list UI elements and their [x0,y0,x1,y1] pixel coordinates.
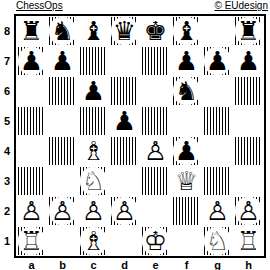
rank-label-8: 8 [0,16,14,46]
rank-label-3: 3 [0,166,14,196]
square-b1[interactable] [47,226,78,256]
rank-label-7: 7 [0,46,14,76]
square-c1[interactable]: ♗ [78,226,109,256]
square-e6[interactable] [140,76,171,106]
piece-black-rook[interactable]: ♜ [235,17,262,45]
square-d4[interactable] [109,136,140,166]
square-h6[interactable] [233,76,264,106]
square-e5[interactable] [140,106,171,136]
square-c4[interactable]: ♗ [78,136,109,166]
square-a2[interactable]: ♙ [16,196,47,226]
piece-black-pawn[interactable]: ♟ [49,47,76,75]
file-label-g: g [202,260,233,270]
chess-board: ♜♞♝♛♚♝♜♟♟♟♟♟♟♞♟♗♙♟♘♕♙♙♙♙♙♙♖♗♔♘♖ [14,14,266,258]
square-h5[interactable] [233,106,264,136]
piece-white-king[interactable]: ♔ [142,227,169,255]
rank-labels: 87654321 [0,14,14,258]
square-b3[interactable] [47,166,78,196]
piece-black-queen[interactable]: ♛ [111,17,138,45]
rank-label-2: 2 [0,196,14,226]
piece-black-bishop[interactable]: ♝ [80,17,107,45]
file-label-a: a [16,260,47,270]
square-f3[interactable]: ♕ [171,166,202,196]
square-d1[interactable] [109,226,140,256]
square-e7[interactable] [140,46,171,76]
square-d5[interactable]: ♟ [109,106,140,136]
square-c6[interactable]: ♟ [78,76,109,106]
square-f6[interactable]: ♞ [171,76,202,106]
square-d3[interactable] [109,166,140,196]
square-a3[interactable] [16,166,47,196]
piece-black-pawn[interactable]: ♟ [173,47,200,75]
square-b4[interactable] [47,136,78,166]
file-labels: abcdefgh [16,260,264,270]
square-c8[interactable]: ♝ [78,16,109,46]
piece-white-rook[interactable]: ♖ [18,227,45,255]
piece-black-pawn[interactable]: ♟ [111,107,138,135]
square-a4[interactable] [16,136,47,166]
square-a7[interactable]: ♟ [16,46,47,76]
square-c7[interactable] [78,46,109,76]
piece-black-pawn[interactable]: ♟ [235,47,262,75]
square-h8[interactable]: ♜ [233,16,264,46]
square-e3[interactable] [140,166,171,196]
square-g4[interactable] [202,136,233,166]
square-b2[interactable]: ♙ [47,196,78,226]
board-area: 87654321 ♜♞♝♛♚♝♜♟♟♟♟♟♟♞♟♗♙♟♘♕♙♙♙♙♙♙♖♗♔♘♖ [0,14,266,258]
rank-label-6: 6 [0,76,14,106]
square-f4[interactable]: ♟ [171,136,202,166]
square-f8[interactable]: ♝ [171,16,202,46]
piece-black-pawn[interactable]: ♟ [173,137,200,165]
piece-white-pawn[interactable]: ♙ [18,197,45,225]
piece-white-knight[interactable]: ♘ [204,227,231,255]
square-h4[interactable] [233,136,264,166]
square-g1[interactable]: ♘ [202,226,233,256]
square-h7[interactable]: ♟ [233,46,264,76]
title-bar: ChessOps © EUdesign [0,0,270,14]
square-e4[interactable]: ♙ [140,136,171,166]
square-a6[interactable] [16,76,47,106]
square-d8[interactable]: ♛ [109,16,140,46]
square-d7[interactable] [109,46,140,76]
square-f5[interactable] [171,106,202,136]
square-a5[interactable] [16,106,47,136]
file-label-b: b [47,260,78,270]
piece-white-pawn[interactable]: ♙ [204,197,231,225]
square-h3[interactable] [233,166,264,196]
piece-black-rook[interactable]: ♜ [18,17,45,45]
piece-black-pawn[interactable]: ♟ [18,47,45,75]
app-title-link[interactable]: ChessOps [16,0,63,12]
file-label-h: h [233,260,264,270]
square-d6[interactable] [109,76,140,106]
piece-black-pawn[interactable]: ♟ [204,47,231,75]
piece-black-knight[interactable]: ♞ [173,77,200,105]
square-b5[interactable] [47,106,78,136]
square-b6[interactable] [47,76,78,106]
piece-white-pawn[interactable]: ♙ [235,197,262,225]
square-g3[interactable] [202,166,233,196]
square-e1[interactable]: ♔ [140,226,171,256]
piece-white-queen[interactable]: ♕ [173,167,200,195]
square-g6[interactable] [202,76,233,106]
square-a8[interactable]: ♜ [16,16,47,46]
piece-black-king[interactable]: ♚ [142,17,169,45]
rank-label-5: 5 [0,106,14,136]
square-d2[interactable]: ♙ [109,196,140,226]
piece-white-pawn[interactable]: ♙ [49,197,76,225]
square-h2[interactable]: ♙ [233,196,264,226]
square-g2[interactable]: ♙ [202,196,233,226]
piece-black-knight[interactable]: ♞ [49,17,76,45]
piece-black-bishop[interactable]: ♝ [173,17,200,45]
square-g7[interactable]: ♟ [202,46,233,76]
square-g8[interactable] [202,16,233,46]
square-c2[interactable]: ♙ [78,196,109,226]
rank-label-1: 1 [0,226,14,256]
piece-white-bishop[interactable]: ♗ [80,227,107,255]
square-c5[interactable] [78,106,109,136]
piece-white-pawn[interactable]: ♙ [80,197,107,225]
square-b7[interactable]: ♟ [47,46,78,76]
file-label-d: d [109,260,140,270]
piece-black-pawn[interactable]: ♟ [80,77,107,105]
file-label-c: c [78,260,109,270]
piece-white-pawn[interactable]: ♙ [142,137,169,165]
square-f7[interactable]: ♟ [171,46,202,76]
copyright-link[interactable]: © EUdesign [214,0,268,12]
square-a1[interactable]: ♖ [16,226,47,256]
square-g5[interactable] [202,106,233,136]
piece-white-pawn[interactable]: ♙ [111,197,138,225]
square-f1[interactable] [171,226,202,256]
square-f2[interactable] [171,196,202,226]
square-b8[interactable]: ♞ [47,16,78,46]
square-e8[interactable]: ♚ [140,16,171,46]
square-h1[interactable]: ♖ [233,226,264,256]
rank-label-4: 4 [0,136,14,166]
piece-white-knight[interactable]: ♘ [80,167,107,195]
file-label-f: f [171,260,202,270]
square-c3[interactable]: ♘ [78,166,109,196]
piece-white-bishop[interactable]: ♗ [80,137,107,165]
file-label-e: e [140,260,171,270]
piece-white-rook[interactable]: ♖ [235,227,262,255]
square-e2[interactable] [140,196,171,226]
